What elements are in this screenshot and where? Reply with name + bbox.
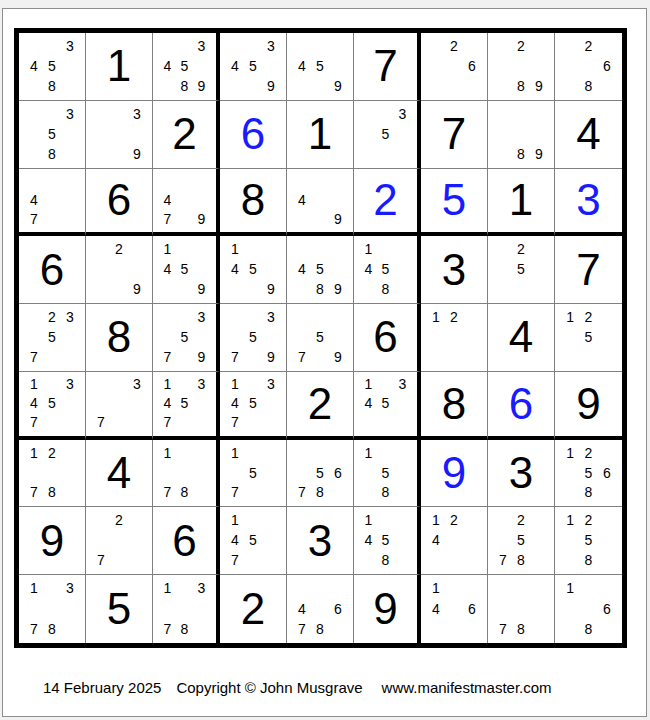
cell-r6c2[interactable]: 37 xyxy=(86,372,153,440)
cell-r3c7[interactable]: 5 xyxy=(421,169,488,237)
cell-r5c8[interactable]: 4 xyxy=(488,304,555,372)
candidate-empty xyxy=(530,124,548,144)
cell-r3c3[interactable]: 479 xyxy=(153,169,220,237)
cell-r5c2[interactable]: 8 xyxy=(86,304,153,372)
candidate-empty xyxy=(159,279,176,299)
candidate-digit: 1 xyxy=(360,239,377,259)
cell-r7c4[interactable]: 157 xyxy=(220,440,287,508)
candidate-empty xyxy=(394,394,411,413)
cell-r8c6[interactable]: 1458 xyxy=(354,507,421,575)
solved-digit-blue: 6 xyxy=(509,382,533,426)
cell-r8c3[interactable]: 6 xyxy=(153,507,220,575)
candidate-empty xyxy=(427,36,445,56)
candidate-grid: 358 xyxy=(19,101,85,168)
candidate-empty xyxy=(494,76,512,96)
candidate-empty xyxy=(92,375,110,394)
candidate-digit: 1 xyxy=(427,510,445,530)
cell-r3c5[interactable]: 49 xyxy=(287,169,354,237)
candidate-digit: 7 xyxy=(25,347,43,367)
candidate-empty xyxy=(427,550,445,570)
candidate-empty xyxy=(193,172,210,191)
candidate-digit: 2 xyxy=(512,36,530,56)
candidate-digit: 9 xyxy=(193,76,210,96)
candidate-empty xyxy=(110,144,128,164)
candidate-empty xyxy=(561,36,579,56)
candidate-grid: 12 xyxy=(421,304,487,371)
candidate-empty xyxy=(445,347,463,367)
cell-r2c5[interactable]: 1 xyxy=(287,101,354,169)
cell-r9c7[interactable]: 146 xyxy=(421,575,488,643)
candidate-empty xyxy=(176,239,193,259)
candidate-grid: 1378 xyxy=(19,575,85,643)
candidate-empty xyxy=(25,172,43,191)
candidate-empty xyxy=(92,144,110,164)
candidate-digit: 4 xyxy=(226,56,244,76)
candidate-digit: 9 xyxy=(530,76,548,96)
cell-r8c7[interactable]: 124 xyxy=(421,507,488,575)
cell-r8c9[interactable]: 1258 xyxy=(555,507,622,575)
candidate-digit: 5 xyxy=(377,394,394,413)
candidate-empty xyxy=(598,76,616,96)
candidate-digit: 9 xyxy=(193,209,210,228)
candidate-digit: 7 xyxy=(159,619,176,639)
candidate-empty xyxy=(293,36,311,56)
candidate-empty xyxy=(394,530,411,550)
cell-r5c6[interactable]: 6 xyxy=(354,304,421,372)
cell-r4c5[interactable]: 4589 xyxy=(287,236,354,304)
candidate-empty xyxy=(128,124,146,144)
solved-digit: 1 xyxy=(509,178,533,222)
cell-r9c4[interactable]: 2 xyxy=(220,575,287,643)
cell-r8c8[interactable]: 2578 xyxy=(488,507,555,575)
candidate-digit: 5 xyxy=(244,327,262,347)
cell-r9c9[interactable]: 168 xyxy=(555,575,622,643)
cell-r4c9[interactable]: 7 xyxy=(555,236,622,304)
candidate-empty xyxy=(43,104,61,124)
candidate-empty xyxy=(61,443,79,463)
cell-r7c3[interactable]: 178 xyxy=(153,440,220,508)
candidate-empty xyxy=(110,413,128,432)
candidate-empty xyxy=(360,279,377,299)
candidate-empty xyxy=(193,463,210,483)
candidate-digit: 8 xyxy=(512,144,530,164)
candidate-empty xyxy=(110,375,128,394)
cell-r3c8[interactable]: 1 xyxy=(488,169,555,237)
candidate-empty xyxy=(92,394,110,413)
candidate-empty xyxy=(445,76,463,96)
cell-r8c2[interactable]: 27 xyxy=(86,507,153,575)
candidate-grid: 13457 xyxy=(153,372,216,436)
cell-r5c9[interactable]: 125 xyxy=(555,304,622,372)
candidate-empty xyxy=(61,483,79,503)
candidate-digit: 9 xyxy=(329,209,347,228)
candidate-digit: 1 xyxy=(561,443,579,463)
candidate-empty xyxy=(110,279,128,299)
cell-r4c6[interactable]: 1458 xyxy=(354,236,421,304)
candidate-digit: 4 xyxy=(25,394,43,413)
candidate-empty xyxy=(394,510,411,530)
candidate-digit: 7 xyxy=(494,550,512,570)
candidate-empty xyxy=(193,259,210,279)
candidate-empty xyxy=(360,483,377,503)
sudoku-board: 3458134589345945972628926835839261357894… xyxy=(14,28,627,648)
candidate-empty xyxy=(394,483,411,503)
candidate-empty xyxy=(244,375,262,394)
candidate-empty xyxy=(512,104,530,124)
cell-r4c4[interactable]: 1459 xyxy=(220,236,287,304)
solved-digit: 2 xyxy=(308,382,332,426)
candidate-digit: 9 xyxy=(329,76,347,96)
candidate-empty xyxy=(25,598,43,618)
candidate-digit: 8 xyxy=(43,144,61,164)
candidate-empty xyxy=(445,598,463,618)
cell-r2c4[interactable]: 6 xyxy=(220,101,287,169)
candidate-empty xyxy=(530,550,548,570)
cell-r3c1[interactable]: 47 xyxy=(19,169,86,237)
candidate-digit: 1 xyxy=(226,239,244,259)
candidate-empty xyxy=(262,510,280,530)
candidate-empty xyxy=(244,550,262,570)
candidate-digit: 4 xyxy=(293,259,311,279)
candidate-empty xyxy=(25,144,43,164)
candidate-empty xyxy=(176,279,193,299)
candidate-digit: 4 xyxy=(360,530,377,550)
candidate-digit: 9 xyxy=(128,279,146,299)
candidate-grid: 3458 xyxy=(19,33,85,100)
cell-r3c2[interactable]: 6 xyxy=(86,169,153,237)
candidate-grid: 47 xyxy=(19,169,85,233)
cell-r1c2[interactable]: 1 xyxy=(86,33,153,101)
cell-r1c9[interactable]: 268 xyxy=(555,33,622,101)
candidate-digit: 2 xyxy=(43,307,61,327)
candidate-digit: 9 xyxy=(128,144,146,164)
candidate-empty xyxy=(463,36,481,56)
cell-r3c9[interactable]: 3 xyxy=(555,169,622,237)
cell-r5c3[interactable]: 3579 xyxy=(153,304,220,372)
solved-digit-blue: 3 xyxy=(576,178,600,222)
candidate-empty xyxy=(394,239,411,259)
cell-r4c8[interactable]: 25 xyxy=(488,236,555,304)
solved-digit: 6 xyxy=(373,315,397,359)
cell-r7c1[interactable]: 1278 xyxy=(19,440,86,508)
candidate-empty xyxy=(329,239,347,259)
candidate-digit: 7 xyxy=(92,550,110,570)
candidate-empty xyxy=(512,598,530,618)
candidate-digit: 1 xyxy=(226,443,244,463)
cell-r2c6[interactable]: 35 xyxy=(354,101,421,169)
candidate-digit: 1 xyxy=(360,443,377,463)
candidate-empty xyxy=(360,550,377,570)
candidate-empty xyxy=(494,510,512,530)
candidate-empty xyxy=(360,144,377,164)
candidate-empty xyxy=(262,239,280,259)
candidate-empty xyxy=(43,598,61,618)
candidate-empty xyxy=(176,172,193,191)
candidate-empty xyxy=(61,144,79,164)
candidate-empty xyxy=(494,239,512,259)
candidate-grid: 1258 xyxy=(555,507,622,574)
candidate-empty xyxy=(311,307,329,327)
candidate-empty xyxy=(394,550,411,570)
cell-r4c3[interactable]: 1459 xyxy=(153,236,220,304)
candidate-digit: 5 xyxy=(244,530,262,550)
candidate-empty xyxy=(530,36,548,56)
candidate-digit: 1 xyxy=(360,510,377,530)
candidate-digit: 3 xyxy=(61,578,79,598)
candidate-empty xyxy=(311,598,329,618)
candidate-digit: 5 xyxy=(512,530,530,550)
solved-digit: 2 xyxy=(241,587,265,631)
candidate-digit: 1 xyxy=(25,375,43,394)
candidate-empty xyxy=(176,463,193,483)
candidate-digit: 4 xyxy=(293,598,311,618)
cell-r9c2[interactable]: 5 xyxy=(86,575,153,643)
candidate-digit: 6 xyxy=(329,463,347,483)
candidate-empty xyxy=(61,172,79,191)
candidate-empty xyxy=(110,550,128,570)
candidate-digit: 5 xyxy=(579,327,597,347)
candidate-digit: 1 xyxy=(25,443,43,463)
candidate-empty xyxy=(176,413,193,432)
candidate-empty xyxy=(494,104,512,124)
candidate-empty xyxy=(530,259,548,279)
candidate-empty xyxy=(377,239,394,259)
candidate-empty xyxy=(329,327,347,347)
candidate-digit: 5 xyxy=(377,463,394,483)
candidate-empty xyxy=(176,347,193,367)
cell-r3c6[interactable]: 2 xyxy=(354,169,421,237)
cell-r9c6[interactable]: 9 xyxy=(354,575,421,643)
candidate-empty xyxy=(262,463,280,483)
candidate-digit: 5 xyxy=(377,124,394,144)
candidate-empty xyxy=(512,124,530,144)
candidate-empty xyxy=(92,510,110,530)
solved-digit: 6 xyxy=(172,519,196,563)
cell-r7c7[interactable]: 9 xyxy=(421,440,488,508)
candidate-empty xyxy=(193,190,210,209)
candidate-empty xyxy=(598,530,616,550)
cell-r7c6[interactable]: 158 xyxy=(354,440,421,508)
candidate-grid: 459 xyxy=(287,33,353,100)
candidate-empty xyxy=(445,327,463,347)
solved-digit: 7 xyxy=(373,44,397,88)
candidate-digit: 4 xyxy=(427,598,445,618)
candidate-empty xyxy=(244,279,262,299)
solved-digit: 4 xyxy=(509,315,533,359)
candidate-digit: 5 xyxy=(244,463,262,483)
solved-digit: 1 xyxy=(308,112,332,156)
candidate-digit: 3 xyxy=(61,375,79,394)
candidate-empty xyxy=(494,530,512,550)
candidate-empty xyxy=(329,172,347,191)
cell-r2c1[interactable]: 358 xyxy=(19,101,86,169)
cell-r4c2[interactable]: 29 xyxy=(86,236,153,304)
candidate-empty xyxy=(463,347,481,367)
cell-r4c7[interactable]: 3 xyxy=(421,236,488,304)
candidate-empty xyxy=(293,239,311,259)
candidate-digit: 1 xyxy=(561,510,579,530)
candidate-digit: 6 xyxy=(329,598,347,618)
candidate-empty xyxy=(244,413,262,432)
cell-r1c5[interactable]: 459 xyxy=(287,33,354,101)
candidate-digit: 5 xyxy=(43,124,61,144)
candidate-grid: 13457 xyxy=(220,372,286,436)
cell-r2c8[interactable]: 89 xyxy=(488,101,555,169)
candidate-empty xyxy=(128,550,146,570)
cell-r1c7[interactable]: 26 xyxy=(421,33,488,101)
candidate-grid: 168 xyxy=(555,575,622,643)
cell-r2c9[interactable]: 4 xyxy=(555,101,622,169)
candidate-empty xyxy=(61,413,79,432)
candidate-empty xyxy=(329,578,347,598)
candidate-empty xyxy=(463,307,481,327)
candidate-digit: 8 xyxy=(579,76,597,96)
candidate-empty xyxy=(463,550,481,570)
candidate-digit: 7 xyxy=(293,483,311,503)
cell-r6c6[interactable]: 1345 xyxy=(354,372,421,440)
cell-r8c1[interactable]: 9 xyxy=(19,507,86,575)
candidate-digit: 5 xyxy=(311,259,329,279)
candidate-digit: 2 xyxy=(512,510,530,530)
solved-digit: 5 xyxy=(107,587,131,631)
cell-r2c3[interactable]: 2 xyxy=(153,101,220,169)
candidate-digit: 5 xyxy=(579,530,597,550)
candidate-digit: 9 xyxy=(329,347,347,367)
candidate-digit: 2 xyxy=(512,239,530,259)
cell-r1c4[interactable]: 3459 xyxy=(220,33,287,101)
candidate-empty xyxy=(445,530,463,550)
candidate-digit: 7 xyxy=(159,413,176,432)
candidate-digit: 3 xyxy=(61,36,79,56)
cell-r5c5[interactable]: 579 xyxy=(287,304,354,372)
cell-r9c3[interactable]: 1378 xyxy=(153,575,220,643)
candidate-empty xyxy=(176,209,193,228)
candidate-empty xyxy=(598,307,616,327)
cell-r6c5[interactable]: 2 xyxy=(287,372,354,440)
candidate-empty xyxy=(262,394,280,413)
candidate-empty xyxy=(530,510,548,530)
cell-r4c1[interactable]: 6 xyxy=(19,236,86,304)
cell-r5c4[interactable]: 3579 xyxy=(220,304,287,372)
candidate-empty xyxy=(226,36,244,56)
candidate-empty xyxy=(226,279,244,299)
candidate-digit: 1 xyxy=(159,443,176,463)
solved-digit-blue: 6 xyxy=(241,112,265,156)
cell-r5c1[interactable]: 2357 xyxy=(19,304,86,372)
candidate-empty xyxy=(360,124,377,144)
cell-r3c4[interactable]: 8 xyxy=(220,169,287,237)
candidate-grid: 178 xyxy=(153,440,216,507)
candidate-empty xyxy=(244,239,262,259)
candidate-empty xyxy=(530,104,548,124)
cell-r1c6[interactable]: 7 xyxy=(354,33,421,101)
candidate-empty xyxy=(561,347,579,367)
candidate-grid: 89 xyxy=(488,101,554,168)
candidate-empty xyxy=(25,76,43,96)
cell-r6c1[interactable]: 13457 xyxy=(19,372,86,440)
cell-r1c8[interactable]: 289 xyxy=(488,33,555,101)
candidate-digit: 7 xyxy=(226,483,244,503)
candidate-grid: 39 xyxy=(86,101,152,168)
candidate-digit: 2 xyxy=(579,510,597,530)
candidate-digit: 3 xyxy=(61,104,79,124)
candidate-grid: 1458 xyxy=(354,236,417,303)
candidate-empty xyxy=(293,463,311,483)
candidate-empty xyxy=(463,76,481,96)
solved-digit: 4 xyxy=(107,451,131,495)
candidate-empty xyxy=(43,413,61,432)
cell-r5c7[interactable]: 12 xyxy=(421,304,488,372)
candidate-digit: 8 xyxy=(512,76,530,96)
candidate-empty xyxy=(494,578,512,598)
cell-r6c3[interactable]: 13457 xyxy=(153,372,220,440)
candidate-grid: 479 xyxy=(153,169,216,233)
cell-r6c7[interactable]: 8 xyxy=(421,372,488,440)
cell-r7c2[interactable]: 4 xyxy=(86,440,153,508)
candidate-empty xyxy=(293,76,311,96)
candidate-digit: 5 xyxy=(43,56,61,76)
cell-r9c5[interactable]: 4678 xyxy=(287,575,354,643)
cell-r2c7[interactable]: 7 xyxy=(421,101,488,169)
candidate-digit: 3 xyxy=(61,307,79,327)
cell-r8c5[interactable]: 3 xyxy=(287,507,354,575)
cell-r8c4[interactable]: 1457 xyxy=(220,507,287,575)
cell-r7c8[interactable]: 3 xyxy=(488,440,555,508)
cell-r9c1[interactable]: 1378 xyxy=(19,575,86,643)
candidate-empty xyxy=(311,347,329,367)
candidate-empty xyxy=(193,327,210,347)
candidate-empty xyxy=(262,327,280,347)
cell-r1c3[interactable]: 34589 xyxy=(153,33,220,101)
candidate-empty xyxy=(494,56,512,76)
cell-r2c2[interactable]: 39 xyxy=(86,101,153,169)
candidate-digit: 4 xyxy=(159,56,176,76)
candidate-digit: 8 xyxy=(512,619,530,639)
candidate-digit: 5 xyxy=(311,463,329,483)
candidate-digit: 8 xyxy=(43,483,61,503)
candidate-digit: 9 xyxy=(193,279,210,299)
cell-r6c8[interactable]: 6 xyxy=(488,372,555,440)
candidate-digit: 2 xyxy=(445,307,463,327)
cell-r1c1[interactable]: 3458 xyxy=(19,33,86,101)
candidate-grid: 268 xyxy=(555,33,622,100)
candidate-empty xyxy=(463,619,481,639)
candidate-empty xyxy=(244,36,262,56)
candidate-empty xyxy=(394,413,411,432)
candidate-empty xyxy=(463,510,481,530)
candidate-empty xyxy=(193,239,210,259)
cell-r9c8[interactable]: 78 xyxy=(488,575,555,643)
candidate-empty xyxy=(193,619,210,639)
candidate-digit: 9 xyxy=(262,347,280,367)
solved-digit: 9 xyxy=(40,519,64,563)
candidate-empty xyxy=(159,598,176,618)
candidate-empty xyxy=(494,259,512,279)
candidate-empty xyxy=(445,619,463,639)
cell-r7c5[interactable]: 5678 xyxy=(287,440,354,508)
candidate-empty xyxy=(445,578,463,598)
candidate-digit: 5 xyxy=(579,463,597,483)
cell-r7c9[interactable]: 12568 xyxy=(555,440,622,508)
candidate-empty xyxy=(598,619,616,639)
cell-r6c9[interactable]: 9 xyxy=(555,372,622,440)
cell-r6c4[interactable]: 13457 xyxy=(220,372,287,440)
candidate-empty xyxy=(329,307,347,327)
candidate-empty xyxy=(25,307,43,327)
candidate-grid: 26 xyxy=(421,33,487,100)
candidate-empty xyxy=(25,104,43,124)
candidate-empty xyxy=(61,394,79,413)
